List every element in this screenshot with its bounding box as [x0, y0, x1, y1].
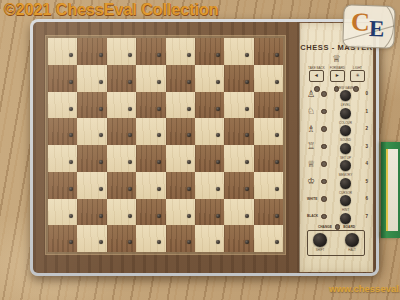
square-e7[interactable] — [166, 65, 195, 92]
sensor-dot — [157, 187, 161, 191]
square-b3[interactable] — [77, 172, 106, 199]
square-g3[interactable] — [224, 172, 253, 199]
crown-logo-icon: ♕ — [300, 53, 373, 64]
sensor-dot — [245, 187, 249, 191]
enter-keys-box: SHIFTHALT — [307, 230, 365, 256]
square-d1[interactable] — [136, 225, 165, 252]
sensor-dot — [157, 133, 161, 137]
top-keys-row: TAKE BACK◄FORWARD►LIGHT✳ — [300, 66, 373, 82]
colour-button[interactable] — [340, 125, 351, 136]
square-e8[interactable] — [166, 38, 195, 65]
change-board-row: CHANGE BOARD — [300, 224, 373, 230]
sensor-dot — [245, 240, 249, 244]
function-key-rows: ♙NEW GAME0♘LEVEL1♗COLOUR2♖SOUND3♕SET UP4… — [300, 85, 373, 225]
square-e3[interactable] — [166, 172, 195, 199]
top-key-0: TAKE BACK◄ — [308, 66, 325, 82]
function-row-4: ♕SET UP4 — [300, 155, 373, 173]
sensor-dot — [69, 53, 73, 57]
side-label: WHITE — [307, 197, 319, 201]
top-key-1: FORWARD► — [330, 66, 345, 82]
function-row-0: ♙NEW GAME0 — [300, 85, 373, 103]
square-b8[interactable] — [77, 38, 106, 65]
sensor-dot — [157, 214, 161, 218]
square-a5[interactable] — [48, 118, 77, 145]
sensor-dot — [275, 80, 279, 84]
big-key-label: HALT — [348, 248, 355, 252]
square-b6[interactable] — [77, 92, 106, 119]
square-h7[interactable] — [254, 65, 283, 92]
memory-button[interactable] — [340, 178, 351, 189]
sensor-dot — [275, 187, 279, 191]
function-label: LEVEL — [341, 104, 350, 108]
piece-symbol: ♕ — [307, 159, 319, 169]
digit-label: 5 — [365, 179, 368, 184]
sensor-dot — [128, 53, 132, 57]
sensor-dot — [187, 53, 191, 57]
sensor-dot — [128, 240, 132, 244]
square-g6[interactable] — [224, 92, 253, 119]
copyright-watermark: ©2021 ChessEval Collection — [4, 1, 219, 19]
square-g1[interactable] — [224, 225, 253, 252]
square-b1[interactable] — [77, 225, 106, 252]
square-c2[interactable] — [107, 199, 136, 226]
sensor-dot — [128, 160, 132, 164]
big-key-label: SHIFT — [316, 248, 325, 252]
board-label: BOARD — [343, 225, 355, 229]
sensor-dot — [128, 133, 132, 137]
square-h1[interactable] — [254, 225, 283, 252]
sensor-dot — [187, 107, 191, 111]
green-box-paper — [388, 149, 398, 231]
sensor-dot — [216, 214, 220, 218]
sensor-dot — [245, 107, 249, 111]
top-key-button[interactable]: ► — [330, 70, 345, 82]
sensor-dot — [128, 107, 132, 111]
sensor-dot — [245, 80, 249, 84]
square-h8[interactable] — [254, 38, 283, 65]
top-key-button[interactable]: ◄ — [309, 70, 324, 82]
chess-board — [48, 38, 283, 252]
square-g2[interactable] — [224, 199, 253, 226]
level-button[interactable] — [340, 108, 351, 119]
function-row-2: ♗COLOUR2 — [300, 120, 373, 138]
sensor-dot — [275, 107, 279, 111]
square-c8[interactable] — [107, 38, 136, 65]
sensor-dot — [157, 80, 161, 84]
sensor-dot — [216, 240, 220, 244]
square-a4[interactable] — [48, 145, 77, 172]
square-h5[interactable] — [254, 118, 283, 145]
square-g4[interactable] — [224, 145, 253, 172]
sensor-dot — [157, 240, 161, 244]
sensor-dot — [216, 133, 220, 137]
square-d6[interactable] — [136, 92, 165, 119]
sensor-dot — [99, 107, 103, 111]
row-led — [321, 144, 327, 150]
sensor-dot — [99, 160, 103, 164]
sensor-dot — [157, 53, 161, 57]
square-d4[interactable] — [136, 145, 165, 172]
square-h4[interactable] — [254, 145, 283, 172]
square-e2[interactable] — [166, 199, 195, 226]
digit-label: 0 — [365, 91, 368, 96]
square-e5[interactable] — [166, 118, 195, 145]
digit-label: 1 — [365, 109, 368, 114]
green-box — [381, 142, 400, 238]
set-up-button[interactable] — [340, 160, 351, 171]
function-row-3: ♖SOUND3 — [300, 138, 373, 156]
piece-symbol: ♘ — [307, 106, 319, 116]
walnut-frame: CHESS - MASTER ♕ TAKE BACK◄FORWARD►LIGHT… — [33, 22, 376, 273]
sensor-dot — [69, 133, 73, 137]
sensor-dot — [99, 133, 103, 137]
square-a6[interactable] — [48, 92, 77, 119]
sensor-dot — [216, 160, 220, 164]
square-f6[interactable] — [195, 92, 224, 119]
function-row-6: WHITECURSOR6 — [300, 190, 373, 208]
change-label: CHANGE — [318, 225, 332, 229]
sensor-dot — [69, 214, 73, 218]
row-led — [321, 109, 327, 115]
sensor-dot — [69, 160, 73, 164]
square-c4[interactable] — [107, 145, 136, 172]
square-a3[interactable] — [48, 172, 77, 199]
square-g5[interactable] — [224, 118, 253, 145]
sensor-dot — [216, 80, 220, 84]
digit-label: 4 — [365, 161, 368, 166]
top-key-button[interactable]: ✳ — [350, 70, 365, 82]
sensor-dot — [99, 187, 103, 191]
sensor-dot — [275, 214, 279, 218]
control-panel: CHESS - MASTER ♕ TAKE BACK◄FORWARD►LIGHT… — [299, 23, 373, 272]
square-h3[interactable] — [254, 172, 283, 199]
shift-button[interactable] — [313, 233, 327, 247]
square-a7[interactable] — [48, 65, 77, 92]
sound-button[interactable] — [340, 143, 351, 154]
square-f5[interactable] — [195, 118, 224, 145]
square-f8[interactable] — [195, 38, 224, 65]
piece-symbol: ♗ — [307, 124, 319, 134]
digit-label: 3 — [365, 144, 368, 149]
sensor-dot — [216, 187, 220, 191]
square-c5[interactable] — [107, 118, 136, 145]
square-c3[interactable] — [107, 172, 136, 199]
function-row-7: BLACKHINT7 — [300, 208, 373, 226]
square-f4[interactable] — [195, 145, 224, 172]
new-game-button[interactable] — [340, 90, 351, 101]
chesseval-stamp: C E — [342, 4, 395, 49]
sensor-dot — [187, 160, 191, 164]
sensor-dot — [245, 160, 249, 164]
chess-computer: CHESS - MASTER ♕ TAKE BACK◄FORWARD►LIGHT… — [30, 19, 379, 276]
stamp-letter-e: E — [368, 16, 384, 43]
sensor-dot — [275, 160, 279, 164]
sensor-dot — [69, 187, 73, 191]
square-f7[interactable] — [195, 65, 224, 92]
top-key-2: LIGHT✳ — [350, 66, 365, 82]
square-f2[interactable] — [195, 199, 224, 226]
function-label: SOUND — [340, 139, 351, 143]
square-e6[interactable] — [166, 92, 195, 119]
sensor-dot — [245, 53, 249, 57]
sensor-dot — [187, 214, 191, 218]
sensor-dot — [99, 240, 103, 244]
sensor-dot — [187, 187, 191, 191]
square-f3[interactable] — [195, 172, 224, 199]
change-board-led — [335, 224, 341, 230]
square-a2[interactable] — [48, 199, 77, 226]
digit-label: 6 — [365, 196, 368, 201]
piece-symbol: ♙ — [307, 89, 319, 99]
row-led — [321, 214, 327, 220]
sensor-dot — [99, 80, 103, 84]
row-led — [321, 196, 327, 202]
function-row-1: ♘LEVEL1 — [300, 103, 373, 121]
square-h6[interactable] — [254, 92, 283, 119]
square-d7[interactable] — [136, 65, 165, 92]
digit-label: 2 — [365, 126, 368, 131]
website-watermark: www.chesseval.com — [329, 283, 400, 294]
sensor-dot — [128, 80, 132, 84]
sensor-dot — [69, 107, 73, 111]
sensor-dot — [275, 53, 279, 57]
square-d2[interactable] — [136, 199, 165, 226]
row-led — [321, 179, 327, 185]
sensor-dot — [157, 107, 161, 111]
sensor-dot — [69, 240, 73, 244]
hint-button[interactable] — [340, 213, 351, 224]
square-c7[interactable] — [107, 65, 136, 92]
square-e4[interactable] — [166, 145, 195, 172]
function-label: MEMORY — [339, 174, 352, 178]
row-led — [321, 91, 327, 97]
square-a8[interactable] — [48, 38, 77, 65]
square-a1[interactable] — [48, 225, 77, 252]
square-b5[interactable] — [77, 118, 106, 145]
halt-button[interactable] — [345, 233, 359, 247]
sensor-dot — [128, 214, 132, 218]
square-h2[interactable] — [254, 199, 283, 226]
sensor-dot — [69, 80, 73, 84]
square-b2[interactable] — [77, 199, 106, 226]
cursor-button[interactable] — [340, 195, 351, 206]
square-d5[interactable] — [136, 118, 165, 145]
row-led — [321, 126, 327, 132]
square-d8[interactable] — [136, 38, 165, 65]
square-d3[interactable] — [136, 172, 165, 199]
sensor-dot — [187, 80, 191, 84]
square-c1[interactable] — [107, 225, 136, 252]
square-b4[interactable] — [77, 145, 106, 172]
function-label: HINT — [342, 209, 349, 213]
square-f1[interactable] — [195, 225, 224, 252]
piece-symbol: ♖ — [307, 141, 319, 151]
sensor-dot — [99, 53, 103, 57]
sensor-dot — [187, 240, 191, 244]
sensor-dot — [275, 133, 279, 137]
square-b7[interactable] — [77, 65, 106, 92]
sensor-dot — [216, 53, 220, 57]
square-g8[interactable] — [224, 38, 253, 65]
sensor-dot — [245, 214, 249, 218]
square-c6[interactable] — [107, 92, 136, 119]
sensor-dot — [157, 160, 161, 164]
sensor-dot — [99, 214, 103, 218]
side-label: BLACK — [307, 214, 319, 218]
sensor-dot — [216, 107, 220, 111]
square-g7[interactable] — [224, 65, 253, 92]
digit-label: 7 — [365, 214, 368, 219]
sensor-dot — [245, 133, 249, 137]
stamp-letter-c: C — [351, 7, 371, 38]
piece-symbol: ♔ — [307, 176, 319, 186]
sensor-dot — [187, 133, 191, 137]
sensor-dot — [275, 240, 279, 244]
square-e1[interactable] — [166, 225, 195, 252]
sensor-dot — [128, 187, 132, 191]
function-row-5: ♔MEMORY5 — [300, 173, 373, 191]
row-led — [321, 161, 327, 167]
